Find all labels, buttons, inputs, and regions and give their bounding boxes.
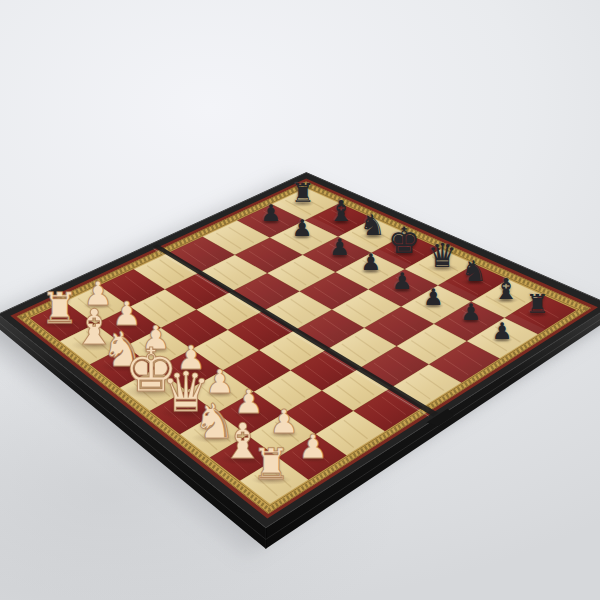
- chess-board: [0, 0, 600, 600]
- chess-set-product-photo: ♜♝♞♚♛♞♝♜♟♟♟♟♟♟♟♟♟♟♟♟♟♟♟♟♜♝♞♚♛♞♝♜: [0, 0, 600, 600]
